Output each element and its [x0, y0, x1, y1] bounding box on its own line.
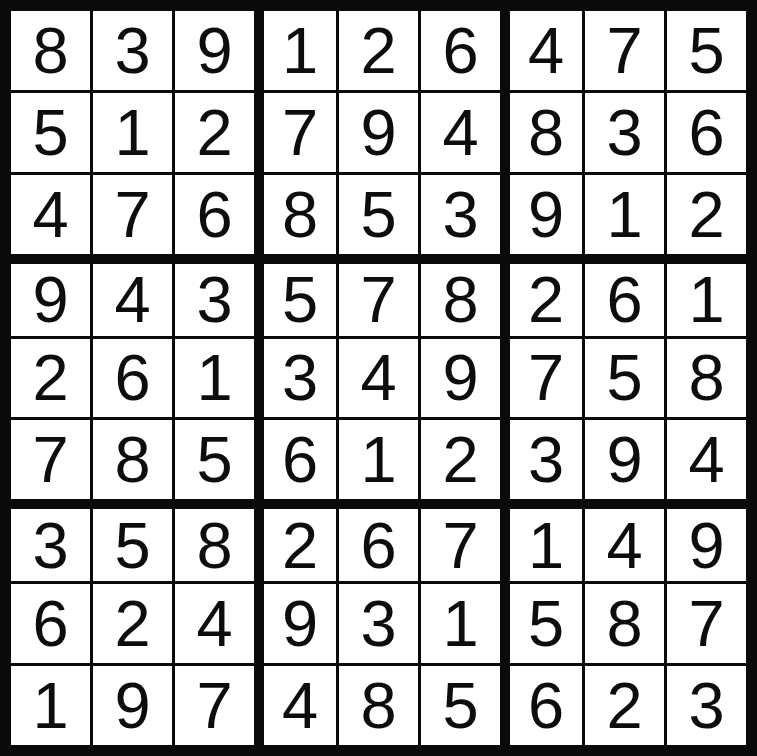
cell-r1c1[interactable]: 8: [11, 11, 90, 90]
cell-r8c4[interactable]: 9: [257, 584, 336, 663]
cell-r2c9[interactable]: 6: [667, 93, 746, 172]
sudoku-board: 8391264755127948364768539129435782612613…: [0, 0, 757, 756]
cell-r5c6[interactable]: 9: [421, 339, 500, 418]
cell-r4c5[interactable]: 7: [339, 257, 418, 336]
cell-r2c4[interactable]: 7: [257, 93, 336, 172]
cell-r3c1[interactable]: 4: [11, 175, 90, 254]
cell-r3c5[interactable]: 5: [339, 175, 418, 254]
cell-r4c1[interactable]: 9: [11, 257, 90, 336]
cell-r9c5[interactable]: 8: [339, 666, 418, 745]
cell-r3c6[interactable]: 3: [421, 175, 500, 254]
cell-r7c9[interactable]: 9: [667, 502, 746, 581]
cell-r1c4[interactable]: 1: [257, 11, 336, 90]
cell-r2c5[interactable]: 9: [339, 93, 418, 172]
cell-r8c8[interactable]: 8: [585, 584, 664, 663]
cell-r2c8[interactable]: 3: [585, 93, 664, 172]
cell-r9c2[interactable]: 9: [93, 666, 172, 745]
cell-r8c5[interactable]: 3: [339, 584, 418, 663]
cell-r6c9[interactable]: 4: [667, 420, 746, 499]
cell-r1c2[interactable]: 3: [93, 11, 172, 90]
cell-r2c6[interactable]: 4: [421, 93, 500, 172]
cell-r3c3[interactable]: 6: [175, 175, 254, 254]
cell-r7c6[interactable]: 7: [421, 502, 500, 581]
cell-r5c8[interactable]: 5: [585, 339, 664, 418]
cell-r2c7[interactable]: 8: [503, 93, 582, 172]
cell-r7c8[interactable]: 4: [585, 502, 664, 581]
cell-r2c2[interactable]: 1: [93, 93, 172, 172]
cell-r1c3[interactable]: 9: [175, 11, 254, 90]
cell-r4c4[interactable]: 5: [257, 257, 336, 336]
cell-r7c2[interactable]: 5: [93, 502, 172, 581]
cell-r7c1[interactable]: 3: [11, 502, 90, 581]
cell-r6c4[interactable]: 6: [257, 420, 336, 499]
cell-r7c7[interactable]: 1: [503, 502, 582, 581]
cell-r3c2[interactable]: 7: [93, 175, 172, 254]
cell-r1c9[interactable]: 5: [667, 11, 746, 90]
cell-r4c3[interactable]: 3: [175, 257, 254, 336]
cell-r8c1[interactable]: 6: [11, 584, 90, 663]
cell-r5c9[interactable]: 8: [667, 339, 746, 418]
cell-r2c3[interactable]: 2: [175, 93, 254, 172]
cell-r9c3[interactable]: 7: [175, 666, 254, 745]
cell-r6c1[interactable]: 7: [11, 420, 90, 499]
cell-r4c8[interactable]: 6: [585, 257, 664, 336]
cell-r8c6[interactable]: 1: [421, 584, 500, 663]
cell-r3c9[interactable]: 2: [667, 175, 746, 254]
cell-r3c8[interactable]: 1: [585, 175, 664, 254]
cell-r8c2[interactable]: 2: [93, 584, 172, 663]
cell-r9c9[interactable]: 3: [667, 666, 746, 745]
cell-r1c6[interactable]: 6: [421, 11, 500, 90]
cell-r6c5[interactable]: 1: [339, 420, 418, 499]
cell-r5c4[interactable]: 3: [257, 339, 336, 418]
cell-r9c4[interactable]: 4: [257, 666, 336, 745]
cell-r3c4[interactable]: 8: [257, 175, 336, 254]
cell-r6c3[interactable]: 5: [175, 420, 254, 499]
cell-r6c2[interactable]: 8: [93, 420, 172, 499]
cell-r8c7[interactable]: 5: [503, 584, 582, 663]
cell-r6c8[interactable]: 9: [585, 420, 664, 499]
cell-r5c7[interactable]: 7: [503, 339, 582, 418]
cell-r9c7[interactable]: 6: [503, 666, 582, 745]
cell-r4c7[interactable]: 2: [503, 257, 582, 336]
cell-r1c5[interactable]: 2: [339, 11, 418, 90]
cell-r5c1[interactable]: 2: [11, 339, 90, 418]
cell-r8c3[interactable]: 4: [175, 584, 254, 663]
cell-r6c6[interactable]: 2: [421, 420, 500, 499]
cell-r4c9[interactable]: 1: [667, 257, 746, 336]
cell-r5c2[interactable]: 6: [93, 339, 172, 418]
cell-r5c5[interactable]: 4: [339, 339, 418, 418]
cell-r1c8[interactable]: 7: [585, 11, 664, 90]
cell-r1c7[interactable]: 4: [503, 11, 582, 90]
cell-r7c4[interactable]: 2: [257, 502, 336, 581]
cell-r9c1[interactable]: 1: [11, 666, 90, 745]
cell-r2c1[interactable]: 5: [11, 93, 90, 172]
cell-r4c6[interactable]: 8: [421, 257, 500, 336]
cell-r3c7[interactable]: 9: [503, 175, 582, 254]
cell-r8c9[interactable]: 7: [667, 584, 746, 663]
cell-r9c8[interactable]: 2: [585, 666, 664, 745]
cell-r4c2[interactable]: 4: [93, 257, 172, 336]
cell-r9c6[interactable]: 5: [421, 666, 500, 745]
cell-r6c7[interactable]: 3: [503, 420, 582, 499]
cell-r7c3[interactable]: 8: [175, 502, 254, 581]
cell-r7c5[interactable]: 6: [339, 502, 418, 581]
cell-r5c3[interactable]: 1: [175, 339, 254, 418]
